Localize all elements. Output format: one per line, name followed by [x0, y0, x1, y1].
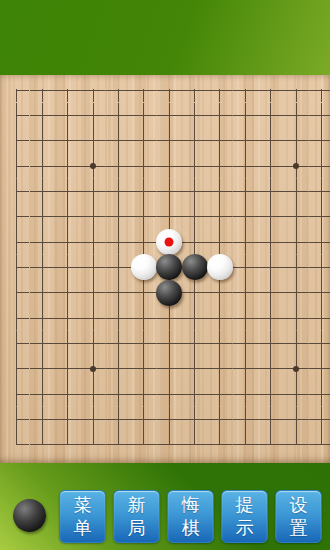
board-cell-l4[interactable] [283, 356, 308, 381]
board-cell-d14[interactable] [80, 103, 105, 128]
board-cell-a11[interactable] [4, 179, 29, 204]
board-cell-d5[interactable] [80, 331, 105, 356]
board-cell-m9[interactable] [309, 229, 330, 254]
board-cell-e7[interactable] [106, 280, 131, 305]
board-cell-j4[interactable] [233, 356, 258, 381]
settings-button[interactable]: 设置 [275, 490, 322, 543]
board-cell-h4[interactable] [182, 356, 207, 381]
board-cell-k14[interactable] [258, 103, 283, 128]
board-cell-f4[interactable] [131, 356, 156, 381]
board-cell-f2[interactable] [131, 407, 156, 432]
board-cell-i5[interactable] [207, 331, 232, 356]
board-cell-c12[interactable] [55, 153, 80, 178]
board-cell-m11[interactable] [309, 179, 330, 204]
board-cell-d11[interactable] [80, 179, 105, 204]
bottom-toolbar: 菜单 新局 悔棋 提示 设置 [0, 463, 330, 550]
board-cell-m4[interactable] [309, 356, 330, 381]
board-cell-e10[interactable] [106, 204, 131, 229]
board-cell-f10[interactable] [131, 204, 156, 229]
board-cell-e12[interactable] [106, 153, 131, 178]
board-cell-k15[interactable] [258, 77, 283, 102]
board-cell-i10[interactable] [207, 204, 232, 229]
board-cell-b14[interactable] [30, 103, 55, 128]
board-cell-c8[interactable] [55, 255, 80, 280]
board-cell-e8[interactable] [106, 255, 131, 280]
board-cell-j6[interactable] [233, 305, 258, 330]
board-cell-c14[interactable] [55, 103, 80, 128]
board-cell-d1[interactable] [80, 432, 105, 457]
board-grid [4, 77, 330, 457]
board-cell-l14[interactable] [283, 103, 308, 128]
new-game-button[interactable]: 新局 [113, 490, 160, 543]
board-cell-a8[interactable] [4, 255, 29, 280]
board-cell-j7[interactable] [233, 280, 258, 305]
board-cell-d4[interactable] [80, 356, 105, 381]
board-cell-m1[interactable] [309, 432, 330, 457]
board-cell-k10[interactable] [258, 204, 283, 229]
board-cell-b2[interactable] [30, 407, 55, 432]
star-point [90, 163, 96, 169]
board-cell-c7[interactable] [55, 280, 80, 305]
board-cell-g5[interactable] [157, 331, 182, 356]
board-cell-d7[interactable] [80, 280, 105, 305]
board-cell-b6[interactable] [30, 305, 55, 330]
board-cell-b12[interactable] [30, 153, 55, 178]
board-cell-a1[interactable] [4, 432, 29, 457]
board-cell-j13[interactable] [233, 128, 258, 153]
board-cell-b15[interactable] [30, 77, 55, 102]
board-cell-a14[interactable] [4, 103, 29, 128]
board-cell-k9[interactable] [258, 229, 283, 254]
board-cell-c13[interactable] [55, 128, 80, 153]
board-cell-e1[interactable] [106, 432, 131, 457]
board-cell-l10[interactable] [283, 204, 308, 229]
board-cell-i8[interactable] [207, 255, 232, 280]
board-cell-e14[interactable] [106, 103, 131, 128]
board-cell-l12[interactable] [283, 153, 308, 178]
board-cell-i2[interactable] [207, 407, 232, 432]
board-cell-f8[interactable] [131, 255, 156, 280]
board-cell-k4[interactable] [258, 356, 283, 381]
board-cell-g13[interactable] [157, 128, 182, 153]
board-cell-h3[interactable] [182, 381, 207, 406]
board-cell-g1[interactable] [157, 432, 182, 457]
board-cell-a6[interactable] [4, 305, 29, 330]
board-cell-l15[interactable] [283, 77, 308, 102]
board-cell-g9[interactable] [157, 229, 182, 254]
board-cell-h8[interactable] [182, 255, 207, 280]
board-cell-d10[interactable] [80, 204, 105, 229]
star-point [293, 366, 299, 372]
board-cell-c11[interactable] [55, 179, 80, 204]
board-cell-e9[interactable] [106, 229, 131, 254]
board-cell-k13[interactable] [258, 128, 283, 153]
board-cell-e2[interactable] [106, 407, 131, 432]
board-cell-a13[interactable] [4, 128, 29, 153]
board-cell-j1[interactable] [233, 432, 258, 457]
board-cell-h15[interactable] [182, 77, 207, 102]
board-cell-c6[interactable] [55, 305, 80, 330]
board-cell-j11[interactable] [233, 179, 258, 204]
board-cell-h11[interactable] [182, 179, 207, 204]
board-cell-b1[interactable] [30, 432, 55, 457]
board-cell-b10[interactable] [30, 204, 55, 229]
board-cell-e3[interactable] [106, 381, 131, 406]
board-cell-f1[interactable] [131, 432, 156, 457]
board-cell-g10[interactable] [157, 204, 182, 229]
board-cell-f13[interactable] [131, 128, 156, 153]
board-cell-a12[interactable] [4, 153, 29, 178]
star-point [90, 366, 96, 372]
board-cell-f11[interactable] [131, 179, 156, 204]
board-cell-m10[interactable] [309, 204, 330, 229]
board-cell-a4[interactable] [4, 356, 29, 381]
turn-indicator-black-stone [13, 499, 46, 532]
board-cell-g8[interactable] [157, 255, 182, 280]
board-cell-b9[interactable] [30, 229, 55, 254]
white-stone [156, 229, 182, 255]
board-cell-k7[interactable] [258, 280, 283, 305]
gomoku-board [0, 75, 330, 463]
board-cell-i9[interactable] [207, 229, 232, 254]
board-cell-e11[interactable] [106, 179, 131, 204]
board-cell-e13[interactable] [106, 128, 131, 153]
board-cell-j8[interactable] [233, 255, 258, 280]
board-cell-e5[interactable] [106, 331, 131, 356]
board-cell-i14[interactable] [207, 103, 232, 128]
board-cell-a5[interactable] [4, 331, 29, 356]
board-cell-g6[interactable] [157, 305, 182, 330]
board-cell-d8[interactable] [80, 255, 105, 280]
board-cell-j9[interactable] [233, 229, 258, 254]
board-cell-l6[interactable] [283, 305, 308, 330]
black-stone [156, 254, 182, 280]
board-cell-c2[interactable] [55, 407, 80, 432]
board-cell-d9[interactable] [80, 229, 105, 254]
black-stone [156, 280, 182, 306]
star-point [293, 163, 299, 169]
board-cell-a10[interactable] [4, 204, 29, 229]
board-cell-l13[interactable] [283, 128, 308, 153]
board-cell-h5[interactable] [182, 331, 207, 356]
board-cell-i3[interactable] [207, 381, 232, 406]
board-cell-m3[interactable] [309, 381, 330, 406]
board-cell-d12[interactable] [80, 153, 105, 178]
board-cell-i15[interactable] [207, 77, 232, 102]
board-cell-k8[interactable] [258, 255, 283, 280]
board-cell-d13[interactable] [80, 128, 105, 153]
board-cell-g14[interactable] [157, 103, 182, 128]
white-stone [131, 254, 157, 280]
board-cell-f12[interactable] [131, 153, 156, 178]
board-cell-g15[interactable] [157, 77, 182, 102]
board-cell-d6[interactable] [80, 305, 105, 330]
board-cell-f14[interactable] [131, 103, 156, 128]
board-cell-k1[interactable] [258, 432, 283, 457]
board-cell-f9[interactable] [131, 229, 156, 254]
board-cell-l7[interactable] [283, 280, 308, 305]
board-cell-g2[interactable] [157, 407, 182, 432]
board-cell-b13[interactable] [30, 128, 55, 153]
board-cell-j15[interactable] [233, 77, 258, 102]
board-cell-m14[interactable] [309, 103, 330, 128]
board-cell-c9[interactable] [55, 229, 80, 254]
board-cell-m12[interactable] [309, 153, 330, 178]
board-cell-j10[interactable] [233, 204, 258, 229]
board-cell-a15[interactable] [4, 77, 29, 102]
board-cell-i4[interactable] [207, 356, 232, 381]
board-cell-e6[interactable] [106, 305, 131, 330]
board-cell-d2[interactable] [80, 407, 105, 432]
board-cell-g3[interactable] [157, 381, 182, 406]
top-banner [0, 0, 330, 75]
board-cell-i12[interactable] [207, 153, 232, 178]
board-cell-j5[interactable] [233, 331, 258, 356]
board-cell-j14[interactable] [233, 103, 258, 128]
board-cell-d3[interactable] [80, 381, 105, 406]
board-cell-l8[interactable] [283, 255, 308, 280]
board-cell-e4[interactable] [106, 356, 131, 381]
board-cell-b11[interactable] [30, 179, 55, 204]
menu-button[interactable]: 菜单 [59, 490, 106, 543]
board-cell-l11[interactable] [283, 179, 308, 204]
board-cell-h13[interactable] [182, 128, 207, 153]
white-stone [207, 254, 233, 280]
board-cell-h6[interactable] [182, 305, 207, 330]
board-cell-c5[interactable] [55, 331, 80, 356]
board-cell-m13[interactable] [309, 128, 330, 153]
board-cell-h2[interactable] [182, 407, 207, 432]
board-cell-f15[interactable] [131, 77, 156, 102]
board-cell-k12[interactable] [258, 153, 283, 178]
board-cell-l2[interactable] [283, 407, 308, 432]
board-cell-g11[interactable] [157, 179, 182, 204]
board-cell-l3[interactable] [283, 381, 308, 406]
board-cell-b5[interactable] [30, 331, 55, 356]
board-cell-f5[interactable] [131, 331, 156, 356]
board-cell-c1[interactable] [55, 432, 80, 457]
board-cell-k5[interactable] [258, 331, 283, 356]
board-cell-l1[interactable] [283, 432, 308, 457]
undo-button[interactable]: 悔棋 [167, 490, 214, 543]
board-cell-b3[interactable] [30, 381, 55, 406]
board-cell-f7[interactable] [131, 280, 156, 305]
toolbar-button-row: 菜单 新局 悔棋 提示 设置 [59, 490, 322, 543]
board-cell-g7[interactable] [157, 280, 182, 305]
board-cell-b4[interactable] [30, 356, 55, 381]
last-move-marker [165, 238, 174, 247]
board-cell-h7[interactable] [182, 280, 207, 305]
board-cell-h14[interactable] [182, 103, 207, 128]
board-cell-i6[interactable] [207, 305, 232, 330]
board-cell-m6[interactable] [309, 305, 330, 330]
board-cell-m5[interactable] [309, 331, 330, 356]
board-cell-c3[interactable] [55, 381, 80, 406]
board-cell-k6[interactable] [258, 305, 283, 330]
board-cell-j12[interactable] [233, 153, 258, 178]
board-cell-j2[interactable] [233, 407, 258, 432]
board-cell-h10[interactable] [182, 204, 207, 229]
board-cell-e15[interactable] [106, 77, 131, 102]
board-cell-c4[interactable] [55, 356, 80, 381]
board-cell-i7[interactable] [207, 280, 232, 305]
board-cell-m2[interactable] [309, 407, 330, 432]
board-cell-c15[interactable] [55, 77, 80, 102]
board-cell-d15[interactable] [80, 77, 105, 102]
board-cell-k11[interactable] [258, 179, 283, 204]
board-cell-h9[interactable] [182, 229, 207, 254]
board-cell-c10[interactable] [55, 204, 80, 229]
board-cell-m8[interactable] [309, 255, 330, 280]
board-cell-m15[interactable] [309, 77, 330, 102]
hint-button[interactable]: 提示 [221, 490, 268, 543]
board-cell-j3[interactable] [233, 381, 258, 406]
board-cell-m7[interactable] [309, 280, 330, 305]
board-cell-l5[interactable] [283, 331, 308, 356]
board-cell-b7[interactable] [30, 280, 55, 305]
board-cell-f3[interactable] [131, 381, 156, 406]
board-cell-k3[interactable] [258, 381, 283, 406]
black-stone [182, 254, 208, 280]
board-cell-b8[interactable] [30, 255, 55, 280]
board-cell-h1[interactable] [182, 432, 207, 457]
board-cell-a7[interactable] [4, 280, 29, 305]
board-cell-k2[interactable] [258, 407, 283, 432]
board-cell-a2[interactable] [4, 407, 29, 432]
board-cell-i13[interactable] [207, 128, 232, 153]
board-cell-a3[interactable] [4, 381, 29, 406]
board-cell-g4[interactable] [157, 356, 182, 381]
board-cell-l9[interactable] [283, 229, 308, 254]
board-cell-g12[interactable] [157, 153, 182, 178]
board-cell-a9[interactable] [4, 229, 29, 254]
board-cell-i1[interactable] [207, 432, 232, 457]
board-cell-f6[interactable] [131, 305, 156, 330]
board-cell-i11[interactable] [207, 179, 232, 204]
board-cell-h12[interactable] [182, 153, 207, 178]
